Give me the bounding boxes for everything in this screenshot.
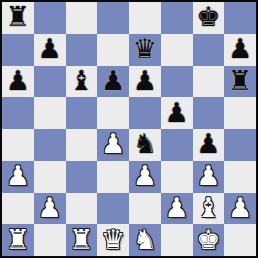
square-d7[interactable] — [97, 34, 129, 66]
square-a1[interactable]: ♜ — [2, 224, 34, 256]
piece-black-pawn[interactable]: ♟ — [38, 35, 62, 62]
square-a6[interactable]: ♟ — [2, 66, 34, 98]
square-c6[interactable]: ♝ — [66, 66, 98, 98]
piece-black-queen[interactable]: ♛ — [133, 35, 157, 62]
square-h5[interactable] — [224, 97, 256, 129]
square-c5[interactable] — [66, 97, 98, 129]
piece-black-pawn[interactable]: ♟ — [6, 67, 30, 94]
square-f6[interactable] — [161, 66, 193, 98]
piece-black-pawn[interactable]: ♟ — [133, 67, 157, 94]
piece-white-queen[interactable]: ♛ — [101, 226, 125, 253]
chess-board: ♜♚♟♛♟♟♝♟♟♜♟♟♞♟♟♟♟♟♟♝♟♜♜♛♞♚ — [0, 0, 258, 258]
piece-white-pawn[interactable]: ♟ — [196, 162, 220, 189]
piece-white-knight[interactable]: ♞ — [133, 226, 157, 253]
piece-black-pawn[interactable]: ♟ — [165, 99, 189, 126]
square-f3[interactable] — [161, 161, 193, 193]
square-e8[interactable] — [129, 2, 161, 34]
square-f8[interactable] — [161, 2, 193, 34]
square-c2[interactable] — [66, 193, 98, 225]
piece-white-rook[interactable]: ♜ — [69, 226, 93, 253]
piece-black-pawn[interactable]: ♟ — [196, 130, 220, 157]
piece-black-rook[interactable]: ♜ — [228, 67, 252, 94]
piece-white-king[interactable]: ♚ — [196, 226, 220, 253]
square-c4[interactable] — [66, 129, 98, 161]
square-g2[interactable]: ♝ — [193, 193, 225, 225]
square-h7[interactable]: ♟ — [224, 34, 256, 66]
square-h3[interactable] — [224, 161, 256, 193]
square-a8[interactable]: ♜ — [2, 2, 34, 34]
piece-black-knight[interactable]: ♞ — [133, 130, 157, 157]
square-g6[interactable] — [193, 66, 225, 98]
square-c8[interactable] — [66, 2, 98, 34]
square-a3[interactable]: ♟ — [2, 161, 34, 193]
square-h6[interactable]: ♜ — [224, 66, 256, 98]
square-c7[interactable] — [66, 34, 98, 66]
piece-white-rook[interactable]: ♜ — [6, 226, 30, 253]
square-g4[interactable]: ♟ — [193, 129, 225, 161]
piece-white-bishop[interactable]: ♝ — [196, 194, 220, 221]
piece-black-pawn[interactable]: ♟ — [228, 35, 252, 62]
square-b3[interactable] — [34, 161, 66, 193]
square-g5[interactable] — [193, 97, 225, 129]
square-b1[interactable] — [34, 224, 66, 256]
square-b5[interactable] — [34, 97, 66, 129]
square-h2[interactable]: ♟ — [224, 193, 256, 225]
square-f2[interactable]: ♟ — [161, 193, 193, 225]
square-d2[interactable] — [97, 193, 129, 225]
piece-black-bishop[interactable]: ♝ — [69, 67, 93, 94]
square-g8[interactable]: ♚ — [193, 2, 225, 34]
square-a4[interactable] — [2, 129, 34, 161]
piece-black-king[interactable]: ♚ — [196, 3, 220, 30]
square-h8[interactable] — [224, 2, 256, 34]
square-f1[interactable] — [161, 224, 193, 256]
square-b4[interactable] — [34, 129, 66, 161]
square-c1[interactable]: ♜ — [66, 224, 98, 256]
square-e2[interactable] — [129, 193, 161, 225]
square-h4[interactable] — [224, 129, 256, 161]
square-e5[interactable] — [129, 97, 161, 129]
square-b6[interactable] — [34, 66, 66, 98]
piece-black-pawn[interactable]: ♟ — [101, 67, 125, 94]
square-e6[interactable]: ♟ — [129, 66, 161, 98]
piece-black-rook[interactable]: ♜ — [6, 3, 30, 30]
piece-white-pawn[interactable]: ♟ — [165, 194, 189, 221]
square-a2[interactable] — [2, 193, 34, 225]
piece-white-pawn[interactable]: ♟ — [38, 194, 62, 221]
square-b8[interactable] — [34, 2, 66, 34]
square-f5[interactable]: ♟ — [161, 97, 193, 129]
square-e1[interactable]: ♞ — [129, 224, 161, 256]
square-d1[interactable]: ♛ — [97, 224, 129, 256]
square-d6[interactable]: ♟ — [97, 66, 129, 98]
square-f7[interactable] — [161, 34, 193, 66]
piece-white-pawn[interactable]: ♟ — [6, 162, 30, 189]
piece-white-pawn[interactable]: ♟ — [101, 130, 125, 157]
square-e3[interactable]: ♟ — [129, 161, 161, 193]
square-f4[interactable] — [161, 129, 193, 161]
piece-white-pawn[interactable]: ♟ — [228, 194, 252, 221]
piece-white-pawn[interactable]: ♟ — [133, 162, 157, 189]
square-d4[interactable]: ♟ — [97, 129, 129, 161]
square-g7[interactable] — [193, 34, 225, 66]
square-b7[interactable]: ♟ — [34, 34, 66, 66]
square-h1[interactable] — [224, 224, 256, 256]
square-a5[interactable] — [2, 97, 34, 129]
square-a7[interactable] — [2, 34, 34, 66]
square-d3[interactable] — [97, 161, 129, 193]
square-d8[interactable] — [97, 2, 129, 34]
square-b2[interactable]: ♟ — [34, 193, 66, 225]
square-g3[interactable]: ♟ — [193, 161, 225, 193]
square-d5[interactable] — [97, 97, 129, 129]
square-e7[interactable]: ♛ — [129, 34, 161, 66]
board-wrapper: ♜♚♟♛♟♟♝♟♟♜♟♟♞♟♟♟♟♟♟♝♟♜♜♛♞♚ — [0, 0, 258, 258]
square-g1[interactable]: ♚ — [193, 224, 225, 256]
square-e4[interactable]: ♞ — [129, 129, 161, 161]
square-c3[interactable] — [66, 161, 98, 193]
